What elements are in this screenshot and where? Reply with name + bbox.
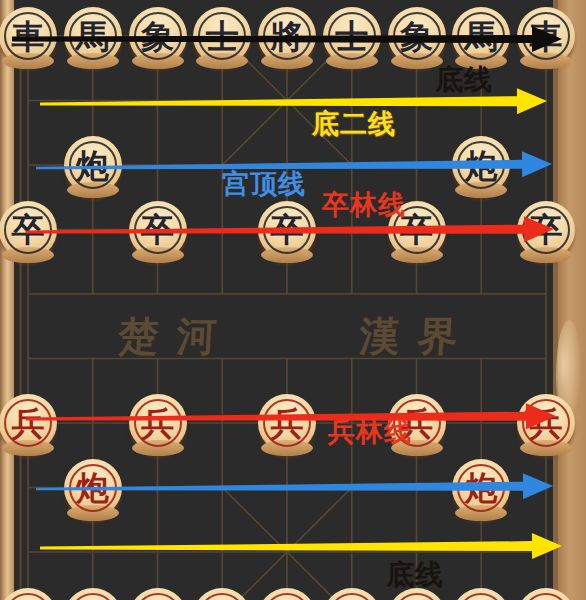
red-arrow-black-pawn-line [26,216,554,242]
annotation-arrows-layer [0,0,586,600]
label-red-pawn-line: 兵林线 [328,414,412,450]
label-palace-top-line: 宫顶线 [222,166,306,202]
blue-arrow-red-cannon-line [36,473,553,499]
red-arrow-red-pawn-line [26,403,556,429]
label-second-line: 底二线 [312,106,396,142]
label-bottom-line-top: 底线 [435,61,493,99]
xiangqi-board-screen: 楚河 漢界 車馬象士將士象馬車炮炮卒卒卒卒卒兵兵兵兵兵炮炮車馬相仕帥仕相炮車 底… [0,0,586,600]
black-arrow-black-bottom-line [12,26,562,52]
yellow-arrow-bottom-second-line [40,533,562,559]
label-bottom-line-bottom: 底线 [386,556,444,594]
label-black-pawn-line: 卒林线 [322,187,406,223]
